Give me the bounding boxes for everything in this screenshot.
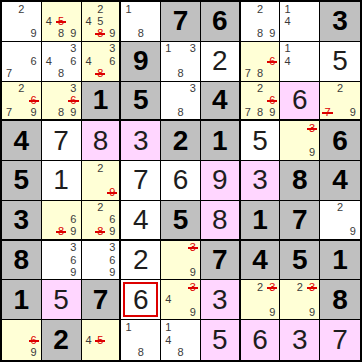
entered-digit: 6 (133, 286, 149, 314)
candidate: 9 (67, 28, 79, 40)
candidate: 9 (266, 106, 278, 118)
candidate: 9 (187, 266, 199, 278)
given-digit: 1 (212, 127, 228, 155)
cell-r9c1[interactable]: 69 (2, 320, 42, 360)
cell-r6c9[interactable]: 29 (320, 201, 360, 241)
cell-r3c8[interactable]: 6 (280, 82, 320, 122)
eliminated-candidate: 3 (266, 281, 278, 293)
given-digit: 5 (292, 246, 308, 274)
eliminated-candidate: 5 (55, 15, 67, 27)
cell-r4c2[interactable]: 7 (42, 121, 82, 161)
entered-digit: 3 (292, 326, 308, 354)
pencil-marks: 29 (83, 162, 119, 199)
entered-digit: 3 (133, 127, 149, 155)
eliminated-candidate: 6 (266, 55, 278, 67)
candidate: 2 (294, 281, 306, 293)
entered-digit: 7 (53, 127, 69, 155)
eliminated-candidate: 6 (28, 94, 40, 106)
candidate: 4 (83, 55, 95, 67)
candidate: 4 (162, 294, 174, 306)
entered-digit: 8 (93, 127, 109, 155)
candidate: 4 (43, 15, 55, 27)
candidate: 2 (94, 3, 106, 15)
pencil-marks: 349 (162, 281, 199, 318)
cell-r9c5[interactable]: 148 (161, 320, 201, 360)
cell-r6c1[interactable]: 3 (2, 201, 42, 241)
candidate: 2 (334, 202, 347, 214)
candidate: 6 (106, 214, 118, 226)
candidate: 9 (306, 147, 318, 159)
candidate: 8 (174, 67, 186, 79)
cell-r5c9[interactable]: 4 (320, 161, 360, 201)
entered-digit: 5 (252, 127, 268, 155)
candidate: 1 (162, 321, 174, 334)
cell-r7c5[interactable]: 39 (161, 241, 201, 281)
cell-r4c3[interactable]: 8 (82, 121, 122, 161)
candidate: 9 (106, 28, 118, 40)
candidate: 9 (106, 226, 118, 238)
cell-r7c3[interactable]: 369 (82, 241, 122, 281)
candidate: 9 (306, 306, 318, 318)
cell-r2c8[interactable]: 14 (280, 42, 320, 82)
candidate: 2 (254, 3, 266, 15)
given-digit: 3 (14, 206, 30, 234)
cell-r5c6[interactable]: 9 (201, 161, 241, 201)
cell-r5c7[interactable]: 3 (241, 161, 281, 201)
cell-r3c2[interactable]: 3689 (42, 82, 82, 122)
cell-r3c6[interactable]: 4 (201, 82, 241, 122)
candidate: 6 (106, 254, 118, 266)
cell-r6c6[interactable]: 8 (201, 201, 241, 241)
candidate: 9 (67, 106, 79, 118)
given-digit: 8 (292, 166, 308, 194)
cell-r2c9[interactable]: 5 (320, 42, 360, 82)
pencil-marks: 2689 (83, 202, 119, 238)
cell-r8c9[interactable]: 8 (320, 280, 360, 320)
given-digit: 7 (93, 286, 109, 314)
cell-r9c7[interactable]: 6 (241, 320, 281, 360)
candidate: 9 (346, 106, 359, 118)
entered-digit: 3 (252, 166, 268, 194)
sudoku-board: 2945892458918762891436734683468913826781… (0, 0, 362, 362)
pencil-marks: 138 (162, 43, 199, 80)
cell-r2c1[interactable]: 67 (2, 42, 42, 82)
given-digit: 1 (14, 286, 30, 314)
pencil-marks: 18 (122, 3, 159, 40)
eliminated-candidate: 3 (187, 242, 199, 254)
cell-r1c7[interactable]: 289 (241, 2, 281, 42)
candidate: 9 (28, 346, 40, 359)
cell-r6c3[interactable]: 2689 (82, 201, 122, 241)
cell-r6c5[interactable]: 5 (161, 201, 201, 241)
entered-digit: 8 (212, 206, 228, 234)
pencil-marks: 39 (281, 122, 318, 159)
entered-digit: 6 (292, 86, 308, 114)
eliminated-candidate: 5 (94, 334, 106, 347)
cell-r6c4[interactable]: 4 (121, 201, 161, 241)
cell-r8c3[interactable]: 7 (82, 280, 122, 320)
pencil-marks: 3689 (43, 83, 80, 119)
cell-r2c3[interactable]: 3468 (82, 42, 122, 82)
cell-r1c5[interactable]: 7 (161, 2, 201, 42)
entered-digit: 5 (212, 326, 228, 354)
cell-r2c7[interactable]: 678 (241, 42, 281, 82)
given-digit: 7 (292, 206, 308, 234)
pencil-marks: 18 (122, 321, 159, 359)
cell-r7c7[interactable]: 4 (241, 241, 281, 281)
cell-r9c9[interactable]: 7 (320, 320, 360, 360)
eliminated-candidate: 8 (94, 226, 106, 238)
candidate: 5 (94, 15, 106, 27)
candidate: 1 (281, 43, 293, 55)
pencil-marks: 24589 (83, 3, 119, 40)
entered-digit: 7 (332, 326, 348, 354)
cell-r5c3[interactable]: 29 (82, 161, 122, 201)
cell-r4c6[interactable]: 1 (201, 121, 241, 161)
cell-r7c8[interactable]: 5 (280, 241, 320, 281)
cell-r4c7[interactable]: 5 (241, 121, 281, 161)
candidate: 8 (55, 106, 67, 118)
pencil-marks: 38 (162, 83, 199, 119)
cell-r5c4[interactable]: 7 (121, 161, 161, 201)
candidate: 8 (55, 67, 67, 79)
entered-digit: 4 (133, 206, 149, 234)
candidate: 4 (281, 55, 293, 67)
pencil-marks: 69 (3, 321, 40, 359)
candidate: 1 (281, 3, 293, 15)
given-digit: 6 (332, 127, 348, 155)
pencil-marks: 148 (162, 321, 199, 359)
given-digit: 1 (332, 246, 348, 274)
candidate: 2 (94, 162, 106, 174)
cell-r5c8[interactable]: 8 (280, 161, 320, 201)
given-digit: 5 (173, 206, 189, 234)
candidate: 6 (67, 254, 79, 266)
pencil-marks: 29 (3, 3, 40, 40)
given-digit: 5 (14, 166, 30, 194)
pencil-marks: 3468 (43, 43, 80, 80)
candidate: 8 (174, 106, 186, 118)
candidate: 9 (266, 306, 278, 318)
cell-r4c4[interactable]: 3 (121, 121, 161, 161)
entered-digit: 2 (133, 246, 149, 274)
cell-r8c4[interactable]: 6 (121, 280, 161, 320)
pencil-marks: 3468 (83, 43, 119, 80)
cell-r6c2[interactable]: 689 (42, 201, 82, 241)
eliminated-candidate: 8 (94, 67, 106, 79)
pencil-marks: 39 (162, 242, 199, 279)
cell-r1c8[interactable]: 14 (280, 2, 320, 42)
pencil-marks: 289 (242, 3, 279, 40)
eliminated-candidate: 3 (306, 281, 318, 293)
pencil-marks: 14 (281, 43, 318, 80)
entered-digit: 7 (133, 166, 149, 194)
cell-r4c9[interactable]: 6 (320, 121, 360, 161)
candidate: 3 (106, 43, 118, 55)
entered-digit: 3 (212, 286, 228, 314)
candidate: 1 (122, 321, 134, 334)
given-digit: 6 (212, 7, 228, 35)
candidate: 9 (266, 28, 278, 40)
cell-r1c1[interactable]: 29 (2, 2, 42, 42)
cell-r3c9[interactable]: 279 (320, 82, 360, 122)
cell-r8c5[interactable]: 349 (161, 280, 201, 320)
cell-r8c1[interactable]: 1 (2, 280, 42, 320)
eliminated-candidate: 6 (28, 334, 40, 347)
cell-r5c5[interactable]: 6 (161, 161, 201, 201)
candidate: 2 (15, 83, 27, 95)
pencil-marks: 239 (281, 281, 318, 318)
pencil-marks: 29 (321, 202, 359, 238)
entered-digit: 9 (212, 166, 228, 194)
cell-r7c9[interactable]: 1 (320, 241, 360, 281)
entered-digit: 1 (53, 166, 69, 194)
candidate: 7 (3, 67, 15, 79)
candidate: 3 (67, 242, 79, 254)
given-digit: 4 (14, 127, 30, 155)
eliminated-candidate: 6 (67, 94, 79, 106)
candidate: 7 (242, 67, 254, 79)
pencil-marks: 45 (83, 321, 119, 359)
candidate: 4 (83, 15, 95, 27)
candidate: 6 (106, 55, 118, 67)
candidate: 2 (254, 281, 266, 293)
cell-r6c8[interactable]: 7 (280, 201, 320, 241)
given-digit: 3 (332, 7, 348, 35)
given-digit: 8 (14, 246, 30, 274)
candidate: 6 (28, 55, 40, 67)
pencil-marks: 2679 (3, 83, 40, 119)
cell-r2c6[interactable]: 2 (201, 42, 241, 82)
pencil-marks: 279 (321, 83, 359, 119)
cell-r1c2[interactable]: 4589 (42, 2, 82, 42)
candidate: 7 (242, 106, 254, 118)
cell-r5c1[interactable]: 5 (2, 161, 42, 201)
pencil-marks: 689 (43, 202, 80, 238)
eliminated-candidate: 9 (106, 187, 118, 199)
candidate: 8 (174, 346, 186, 359)
eliminated-candidate: 7 (321, 106, 334, 118)
given-digit: 4 (212, 86, 228, 114)
entered-digit: 5 (53, 286, 69, 314)
pencil-marks: 26789 (242, 83, 279, 119)
pencil-marks: 239 (242, 281, 279, 318)
eliminated-candidate: 3 (306, 122, 318, 134)
cell-r6c7[interactable]: 1 (241, 201, 281, 241)
eliminated-candidate: 8 (94, 28, 106, 40)
pencil-marks: 14 (281, 3, 318, 40)
candidate: 9 (28, 106, 40, 118)
entered-digit: 6 (252, 326, 268, 354)
candidate: 8 (254, 28, 266, 40)
candidate: 2 (15, 3, 27, 15)
candidate: 7 (3, 106, 15, 118)
candidate: 9 (106, 266, 118, 278)
given-digit: 4 (332, 166, 348, 194)
candidate: 9 (67, 226, 79, 238)
cell-r7c2[interactable]: 369 (42, 241, 82, 281)
eliminated-candidate: 3 (187, 281, 199, 293)
given-digit: 7 (212, 246, 228, 274)
pencil-marks: 369 (83, 242, 119, 279)
candidate: 9 (67, 266, 79, 278)
cell-r3c4[interactable]: 5 (121, 82, 161, 122)
eliminated-candidate: 6 (266, 94, 278, 106)
eliminated-candidate: 8 (55, 226, 67, 238)
given-digit: 8 (332, 286, 348, 314)
candidate: 2 (254, 83, 266, 95)
given-digit: 7 (173, 7, 189, 35)
candidate: 8 (254, 67, 266, 79)
cell-r9c4[interactable]: 18 (121, 320, 161, 360)
given-digit: 2 (53, 326, 69, 354)
given-digit: 2 (173, 127, 189, 155)
candidate: 4 (281, 15, 293, 27)
candidate: 1 (162, 43, 174, 55)
cell-r8c8[interactable]: 239 (280, 280, 320, 320)
cell-r4c8[interactable]: 39 (280, 121, 320, 161)
candidate: 8 (135, 346, 147, 359)
candidate: 3 (187, 43, 199, 55)
pencil-marks: 4589 (43, 3, 80, 40)
entered-digit: 6 (173, 166, 189, 194)
cell-r9c6[interactable]: 5 (201, 320, 241, 360)
candidate: 2 (94, 202, 106, 214)
candidate: 9 (346, 226, 359, 238)
cell-r1c6[interactable]: 6 (201, 2, 241, 42)
candidate: 4 (83, 334, 95, 347)
candidate: 4 (162, 334, 174, 347)
cell-r1c9[interactable]: 3 (320, 2, 360, 42)
pencil-marks: 678 (242, 43, 279, 80)
given-digit: 1 (252, 206, 268, 234)
candidate: 8 (135, 28, 147, 40)
entered-digit: 5 (332, 47, 348, 75)
cell-r2c2[interactable]: 3468 (42, 42, 82, 82)
entered-digit: 2 (212, 47, 228, 75)
cell-r9c8[interactable]: 3 (280, 320, 320, 360)
candidate: 2 (334, 83, 347, 95)
candidate: 4 (43, 55, 55, 67)
cell-r9c3[interactable]: 45 (82, 320, 122, 360)
cell-r3c3[interactable]: 1 (82, 82, 122, 122)
cell-r7c6[interactable]: 7 (201, 241, 241, 281)
cell-r2c4[interactable]: 9 (121, 42, 161, 82)
cell-r3c1[interactable]: 2679 (2, 82, 42, 122)
candidate: 1 (122, 3, 134, 15)
candidate: 3 (67, 43, 79, 55)
cell-r1c4[interactable]: 18 (121, 2, 161, 42)
cell-r3c7[interactable]: 26789 (241, 82, 281, 122)
given-digit: 4 (252, 246, 268, 274)
cell-r1c3[interactable]: 24589 (82, 2, 122, 42)
cell-r5c2[interactable]: 1 (42, 161, 82, 201)
pencil-marks: 369 (43, 242, 80, 279)
candidate: 9 (28, 28, 40, 40)
given-digit: 9 (133, 47, 149, 75)
cell-r8c2[interactable]: 5 (42, 280, 82, 320)
given-digit: 5 (133, 86, 149, 114)
candidate: 3 (67, 83, 79, 95)
cell-r4c5[interactable]: 2 (161, 121, 201, 161)
cell-r9c2[interactable]: 2 (42, 320, 82, 360)
candidate: 3 (106, 242, 118, 254)
cell-r7c1[interactable]: 8 (2, 241, 42, 281)
candidate: 6 (67, 55, 79, 67)
cell-r8c7[interactable]: 239 (241, 280, 281, 320)
cell-r7c4[interactable]: 2 (121, 241, 161, 281)
given-digit: 1 (93, 86, 109, 114)
cell-r4c1[interactable]: 4 (2, 121, 42, 161)
cell-r8c6[interactable]: 3 (201, 280, 241, 320)
candidate: 8 (55, 28, 67, 40)
candidate: 6 (67, 214, 79, 226)
candidate: 9 (187, 306, 199, 318)
cell-r3c5[interactable]: 38 (161, 82, 201, 122)
pencil-marks: 67 (3, 43, 40, 80)
cell-r2c5[interactable]: 138 (161, 42, 201, 82)
candidate: 3 (187, 83, 199, 95)
candidate: 8 (254, 106, 266, 118)
